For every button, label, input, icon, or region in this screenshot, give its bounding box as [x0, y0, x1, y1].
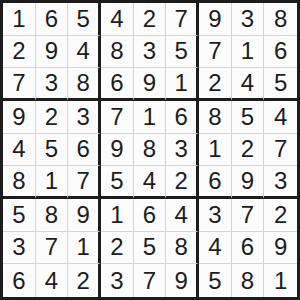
- sudoku-cell-r8c8[interactable]: 6: [232, 232, 265, 265]
- sudoku-cell-r5c7[interactable]: 1: [199, 134, 232, 167]
- sudoku-cell-r9c1[interactable]: 6: [3, 264, 36, 297]
- sudoku-cell-r4c9[interactable]: 4: [264, 101, 297, 134]
- sudoku-cell-r1c2[interactable]: 6: [36, 3, 69, 36]
- sudoku-cell-r6c6[interactable]: 2: [166, 166, 199, 199]
- sudoku-cell-r7c5[interactable]: 6: [134, 199, 167, 232]
- sudoku-cell-r1c4[interactable]: 4: [101, 3, 134, 36]
- sudoku-cell-r5c4[interactable]: 9: [101, 134, 134, 167]
- sudoku-cell-r9c4[interactable]: 3: [101, 264, 134, 297]
- sudoku-cell-r9c7[interactable]: 5: [199, 264, 232, 297]
- sudoku-cell-r2c8[interactable]: 1: [232, 36, 265, 69]
- sudoku-cell-r6c5[interactable]: 4: [134, 166, 167, 199]
- sudoku-cell-r6c8[interactable]: 9: [232, 166, 265, 199]
- sudoku-cell-r8c3[interactable]: 1: [68, 232, 101, 265]
- sudoku-cell-r8c7[interactable]: 4: [199, 232, 232, 265]
- sudoku-cell-r5c6[interactable]: 3: [166, 134, 199, 167]
- sudoku-cell-r6c7[interactable]: 6: [199, 166, 232, 199]
- sudoku-cell-r2c1[interactable]: 2: [3, 36, 36, 69]
- sudoku-cell-r9c6[interactable]: 9: [166, 264, 199, 297]
- sudoku-cell-r3c3[interactable]: 8: [68, 68, 101, 101]
- sudoku-cell-r8c1[interactable]: 3: [3, 232, 36, 265]
- sudoku-cell-r5c1[interactable]: 4: [3, 134, 36, 167]
- sudoku-cell-r4c6[interactable]: 6: [166, 101, 199, 134]
- sudoku-cell-r5c3[interactable]: 6: [68, 134, 101, 167]
- sudoku-cell-r3c2[interactable]: 3: [36, 68, 69, 101]
- sudoku-cell-r6c1[interactable]: 8: [3, 166, 36, 199]
- sudoku-cell-r3c1[interactable]: 7: [3, 68, 36, 101]
- sudoku-cell-r4c1[interactable]: 9: [3, 101, 36, 134]
- sudoku-cell-r2c3[interactable]: 4: [68, 36, 101, 69]
- sudoku-cell-r8c5[interactable]: 5: [134, 232, 167, 265]
- sudoku-cell-r9c5[interactable]: 7: [134, 264, 167, 297]
- sudoku-cell-r7c9[interactable]: 2: [264, 199, 297, 232]
- sudoku-cell-r3c5[interactable]: 9: [134, 68, 167, 101]
- sudoku-cell-r2c2[interactable]: 9: [36, 36, 69, 69]
- sudoku-cell-r9c8[interactable]: 8: [232, 264, 265, 297]
- sudoku-board: 1654279382948357167386912459237168544569…: [0, 0, 300, 300]
- sudoku-cell-r7c1[interactable]: 5: [3, 199, 36, 232]
- sudoku-cell-r8c2[interactable]: 7: [36, 232, 69, 265]
- sudoku-cell-r8c4[interactable]: 2: [101, 232, 134, 265]
- sudoku-cell-r7c7[interactable]: 3: [199, 199, 232, 232]
- sudoku-cell-r5c5[interactable]: 8: [134, 134, 167, 167]
- sudoku-cell-r5c9[interactable]: 7: [264, 134, 297, 167]
- sudoku-cell-r3c7[interactable]: 2: [199, 68, 232, 101]
- sudoku-cell-r7c4[interactable]: 1: [101, 199, 134, 232]
- sudoku-cell-r4c7[interactable]: 8: [199, 101, 232, 134]
- sudoku-cell-r1c3[interactable]: 5: [68, 3, 101, 36]
- sudoku-cell-r4c5[interactable]: 1: [134, 101, 167, 134]
- sudoku-cell-r3c9[interactable]: 5: [264, 68, 297, 101]
- sudoku-cell-r5c8[interactable]: 2: [232, 134, 265, 167]
- sudoku-cell-r4c3[interactable]: 3: [68, 101, 101, 134]
- sudoku-cell-r4c2[interactable]: 2: [36, 101, 69, 134]
- sudoku-cell-r5c2[interactable]: 5: [36, 134, 69, 167]
- sudoku-cell-r9c9[interactable]: 1: [264, 264, 297, 297]
- sudoku-cell-r1c7[interactable]: 9: [199, 3, 232, 36]
- sudoku-cell-r6c2[interactable]: 1: [36, 166, 69, 199]
- sudoku-cell-r3c4[interactable]: 6: [101, 68, 134, 101]
- sudoku-cell-r7c6[interactable]: 4: [166, 199, 199, 232]
- sudoku-cell-r7c8[interactable]: 7: [232, 199, 265, 232]
- sudoku-cell-r7c3[interactable]: 9: [68, 199, 101, 232]
- sudoku-cell-r4c8[interactable]: 5: [232, 101, 265, 134]
- sudoku-cell-r1c9[interactable]: 8: [264, 3, 297, 36]
- sudoku-cell-r2c9[interactable]: 6: [264, 36, 297, 69]
- sudoku-cell-r6c4[interactable]: 5: [101, 166, 134, 199]
- sudoku-cell-r1c1[interactable]: 1: [3, 3, 36, 36]
- sudoku-cell-r1c6[interactable]: 7: [166, 3, 199, 36]
- sudoku-cell-r2c6[interactable]: 5: [166, 36, 199, 69]
- sudoku-cell-r6c3[interactable]: 7: [68, 166, 101, 199]
- sudoku-cell-r4c4[interactable]: 7: [101, 101, 134, 134]
- sudoku-cell-r3c8[interactable]: 4: [232, 68, 265, 101]
- sudoku-cell-r6c9[interactable]: 3: [264, 166, 297, 199]
- sudoku-cell-r3c6[interactable]: 1: [166, 68, 199, 101]
- sudoku-cell-r7c2[interactable]: 8: [36, 199, 69, 232]
- sudoku-cell-r2c5[interactable]: 3: [134, 36, 167, 69]
- sudoku-cell-r1c5[interactable]: 2: [134, 3, 167, 36]
- sudoku-cell-r8c6[interactable]: 8: [166, 232, 199, 265]
- sudoku-cell-r8c9[interactable]: 9: [264, 232, 297, 265]
- sudoku-cell-r9c2[interactable]: 4: [36, 264, 69, 297]
- sudoku-cell-r9c3[interactable]: 2: [68, 264, 101, 297]
- sudoku-cell-r2c7[interactable]: 7: [199, 36, 232, 69]
- sudoku-cell-r2c4[interactable]: 8: [101, 36, 134, 69]
- sudoku-cell-r1c8[interactable]: 3: [232, 3, 265, 36]
